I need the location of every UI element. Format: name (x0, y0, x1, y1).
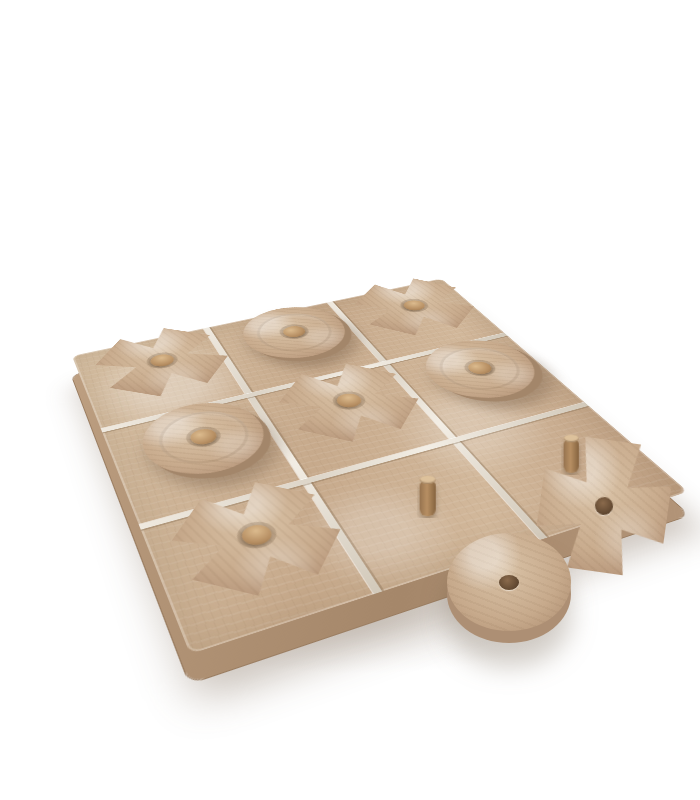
peg-cap (333, 392, 364, 410)
peg-stem (563, 440, 578, 473)
peg-cap (464, 360, 496, 376)
peg-cap (147, 353, 178, 368)
piece-x[interactable] (341, 273, 484, 343)
empty-peg[interactable] (417, 474, 438, 518)
offboard-piece-o[interactable] (447, 533, 571, 631)
peg-stem (419, 481, 435, 516)
peg-cap (280, 325, 308, 339)
peg-cap (563, 435, 578, 443)
peg-cap (419, 476, 435, 484)
piece-center-hole (594, 496, 614, 516)
empty-peg[interactable] (561, 433, 581, 474)
product-photo-scene (0, 0, 700, 800)
peg-cap (400, 299, 427, 312)
peg-cap (238, 522, 276, 547)
peg-cap (188, 427, 220, 447)
piece-center-hole (499, 575, 519, 590)
